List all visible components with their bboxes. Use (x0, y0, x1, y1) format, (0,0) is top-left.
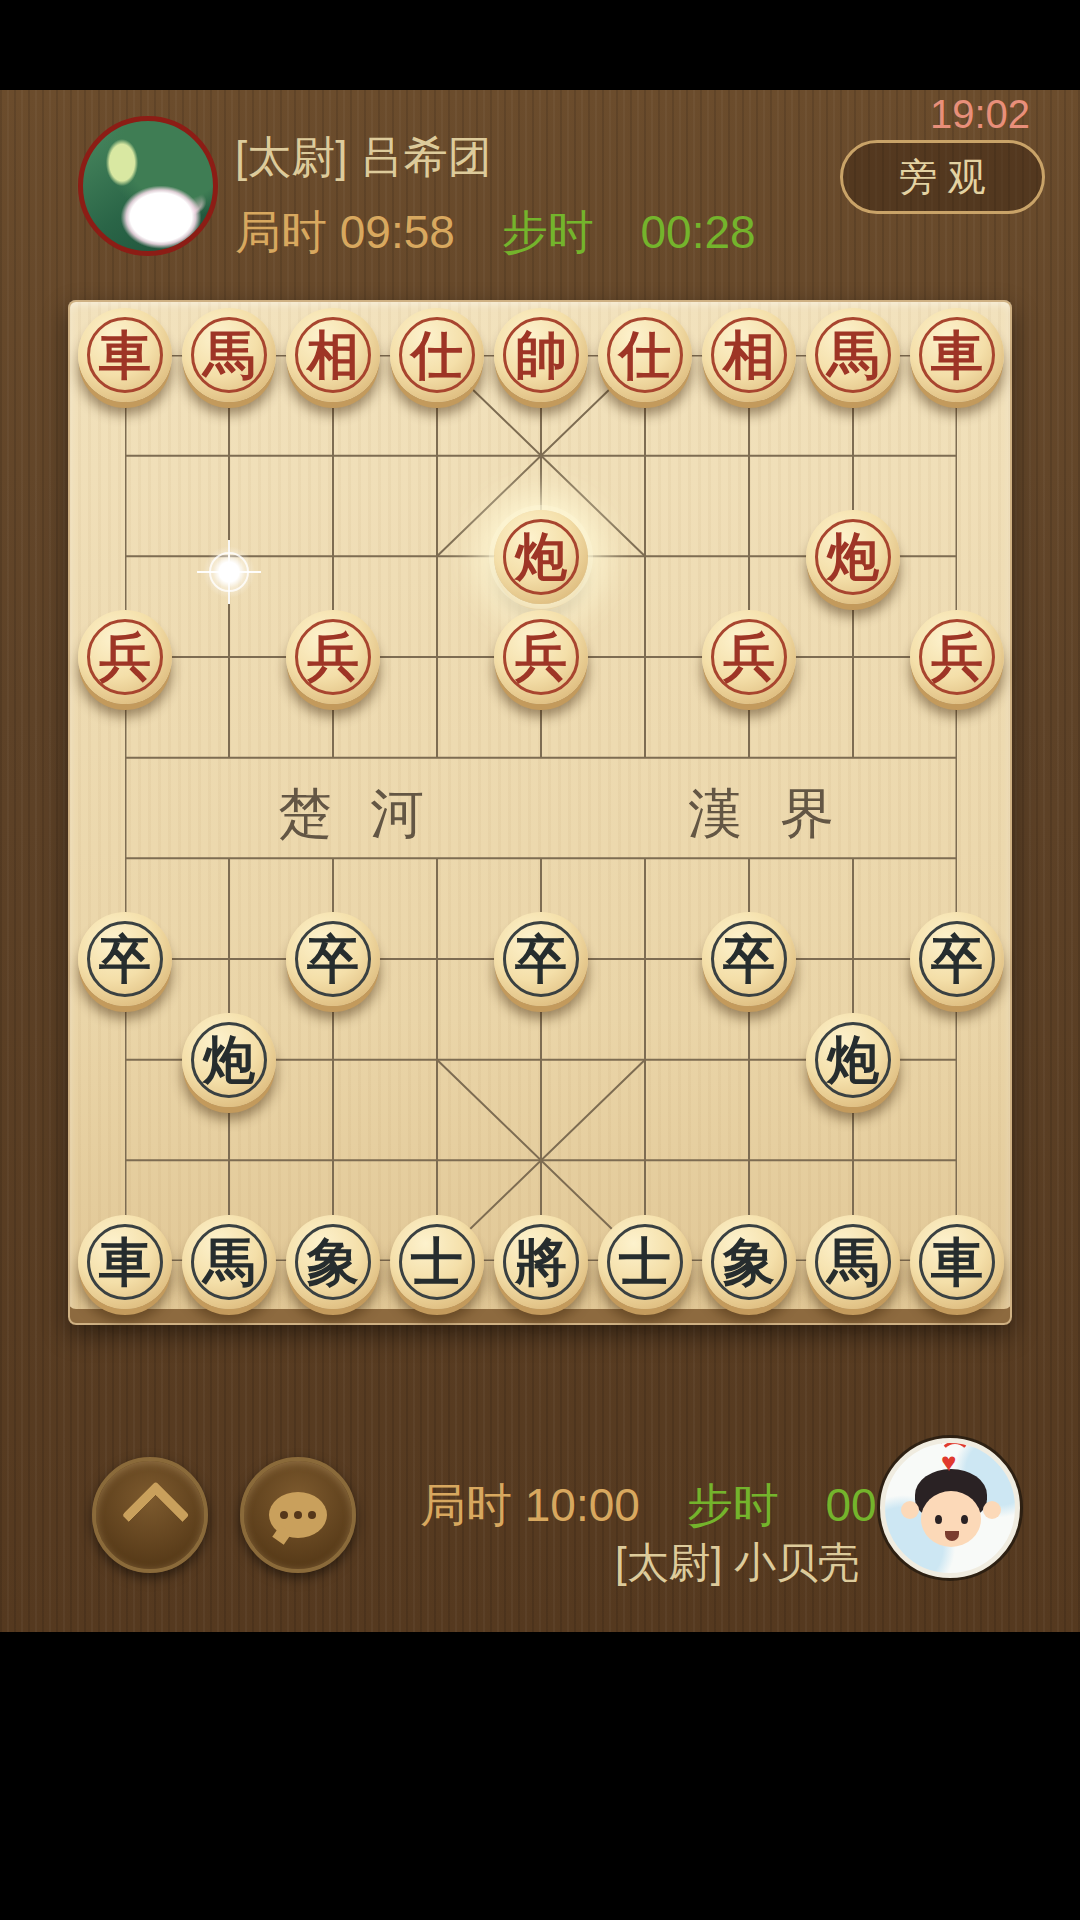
piece-red-cannon[interactable]: 炮 (806, 510, 900, 604)
board-point-f3r4[interactable] (385, 708, 489, 809)
piece-red-horse[interactable]: 馬 (182, 308, 276, 402)
piece-glyph: 仕 (411, 329, 463, 381)
board-point-f0r0[interactable]: 車 (73, 305, 177, 406)
board-point-f0r5[interactable] (73, 808, 177, 909)
piece-glyph: 兵 (307, 631, 359, 683)
piece-red-advisor[interactable]: 仕 (598, 308, 692, 402)
board-point-f1r5[interactable] (177, 808, 281, 909)
board-point-f7r4[interactable] (801, 708, 905, 809)
piece-glyph: 相 (307, 329, 359, 381)
board-point-f3r0[interactable]: 仕 (385, 305, 489, 406)
board-point-f2r4[interactable] (281, 708, 385, 809)
board-point-f8r1[interactable] (905, 406, 1009, 507)
board-point-f2r9[interactable]: 象 (281, 1211, 385, 1312)
piece-glyph: 兵 (99, 631, 151, 683)
board-point-f8r6[interactable]: 卒 (905, 909, 1009, 1010)
board-point-f7r9[interactable]: 馬 (801, 1211, 905, 1312)
piece-black-chariot[interactable]: 車 (78, 1215, 172, 1309)
piece-red-pawn[interactable]: 兵 (78, 610, 172, 704)
piece-red-pawn[interactable]: 兵 (702, 610, 796, 704)
board-point-f5r0[interactable]: 仕 (593, 305, 697, 406)
board-point-f5r3[interactable] (593, 607, 697, 708)
board-point-f8r3[interactable]: 兵 (905, 607, 1009, 708)
board-point-f6r5[interactable] (697, 808, 801, 909)
piece-black-advisor[interactable]: 士 (598, 1215, 692, 1309)
piece-black-elephant[interactable]: 象 (286, 1215, 380, 1309)
board-point-f6r2[interactable] (697, 506, 801, 607)
board-point-f1r4[interactable] (177, 708, 281, 809)
bottom-player-name: [太尉] 小贝壳 (615, 1535, 860, 1591)
board-point-f2r6[interactable]: 卒 (281, 909, 385, 1010)
board-point-f5r8[interactable] (593, 1111, 697, 1212)
piece-black-horse[interactable]: 馬 (806, 1215, 900, 1309)
board-point-f0r6[interactable]: 卒 (73, 909, 177, 1010)
board-point-f6r6[interactable]: 卒 (697, 909, 801, 1010)
board-point-f3r2[interactable] (385, 506, 489, 607)
board-point-f3r9[interactable]: 士 (385, 1211, 489, 1312)
piece-glyph: 炮 (827, 1034, 879, 1086)
board-point-f2r7[interactable] (281, 1010, 385, 1111)
piece-glyph: 象 (307, 1236, 359, 1288)
board-point-f0r2[interactable] (73, 506, 177, 607)
board-point-f6r7[interactable] (697, 1010, 801, 1111)
piece-glyph: 卒 (931, 933, 983, 985)
xiangqi-board: 楚河 漢界 車馬相仕帥仕相馬車炮炮兵兵兵兵兵卒卒卒卒卒炮炮車馬象士將士象馬車 (68, 300, 1012, 1325)
piece-glyph: 兵 (931, 631, 983, 683)
piece-glyph: 相 (723, 329, 775, 381)
expand-menu-button[interactable] (92, 1457, 208, 1573)
board-point-f5r5[interactable] (593, 808, 697, 909)
board-point-f0r1[interactable] (73, 406, 177, 507)
piece-glyph: 卒 (723, 933, 775, 985)
board-point-f7r3[interactable] (801, 607, 905, 708)
board-point-f0r3[interactable]: 兵 (73, 607, 177, 708)
piece-glyph: 炮 (827, 531, 879, 583)
board-point-f5r2[interactable] (593, 506, 697, 607)
board-point-f5r7[interactable] (593, 1010, 697, 1111)
board-point-f5r1[interactable] (593, 406, 697, 507)
bottom-move-time-label: 步时 (687, 1479, 779, 1531)
piece-black-pawn[interactable]: 卒 (702, 912, 796, 1006)
piece-glyph: 兵 (723, 631, 775, 683)
board-point-f8r9[interactable]: 車 (905, 1211, 1009, 1312)
board-point-f3r8[interactable] (385, 1111, 489, 1212)
board-point-f2r8[interactable] (281, 1111, 385, 1212)
board-point-f8r2[interactable] (905, 506, 1009, 607)
board-point-f2r0[interactable]: 相 (281, 305, 385, 406)
top-game-time-label: 局时 (235, 206, 327, 258)
board-point-f4r1[interactable] (489, 406, 593, 507)
board-point-f8r7[interactable] (905, 1010, 1009, 1111)
board-point-f4r3[interactable]: 兵 (489, 607, 593, 708)
board-point-f3r5[interactable] (385, 808, 489, 909)
board-point-f5r4[interactable] (593, 708, 697, 809)
piece-red-chariot[interactable]: 車 (910, 308, 1004, 402)
piece-glyph: 馬 (203, 1236, 255, 1288)
piece-glyph: 卒 (515, 933, 567, 985)
board-point-f1r7[interactable]: 炮 (177, 1010, 281, 1111)
board-point-f4r8[interactable] (489, 1111, 593, 1212)
board-point-f5r9[interactable]: 士 (593, 1211, 697, 1312)
bottom-player-avatar[interactable]: ♥ (880, 1438, 1020, 1578)
piece-black-chariot[interactable]: 車 (910, 1215, 1004, 1309)
board-point-f6r9[interactable]: 象 (697, 1211, 801, 1312)
board-point-f6r1[interactable] (697, 406, 801, 507)
piece-black-general[interactable]: 將 (494, 1215, 588, 1309)
board-point-f2r5[interactable] (281, 808, 385, 909)
piece-red-pawn[interactable]: 兵 (910, 610, 1004, 704)
board-point-f4r4[interactable] (489, 708, 593, 809)
board-point-f8r0[interactable]: 車 (905, 305, 1009, 406)
top-move-time-value: 00:28 (640, 206, 755, 258)
piece-glyph: 馬 (203, 329, 255, 381)
board-point-f6r3[interactable]: 兵 (697, 607, 801, 708)
board-grid: 車馬相仕帥仕相馬車炮炮兵兵兵兵兵卒卒卒卒卒炮炮車馬象士將士象馬車 (73, 305, 1009, 1312)
board-point-f7r6[interactable] (801, 909, 905, 1010)
piece-red-pawn[interactable]: 兵 (494, 610, 588, 704)
board-point-f4r2[interactable]: 炮 (489, 506, 593, 607)
spectate-button-label: 旁观 (890, 152, 996, 203)
top-player-timers: 局时 09:58 步时 00:28 (235, 202, 756, 264)
board-point-f3r1[interactable] (385, 406, 489, 507)
bottom-game-time-value: 10:00 (525, 1479, 640, 1531)
piece-black-advisor[interactable]: 士 (390, 1215, 484, 1309)
piece-glyph: 車 (99, 1236, 151, 1288)
piece-glyph: 卒 (307, 933, 359, 985)
board-point-f0r4[interactable] (73, 708, 177, 809)
piece-red-horse[interactable]: 馬 (806, 308, 900, 402)
board-point-f8r8[interactable] (905, 1111, 1009, 1212)
board-point-f1r8[interactable] (177, 1111, 281, 1212)
board-point-f4r9[interactable]: 將 (489, 1211, 593, 1312)
bottom-player-timers: 局时 10:00 步时 00:30 (420, 1475, 941, 1537)
chat-bubble-icon (269, 1492, 327, 1538)
board-point-f1r0[interactable]: 馬 (177, 305, 281, 406)
piece-glyph: 炮 (515, 531, 567, 583)
board-point-f2r2[interactable] (281, 506, 385, 607)
piece-black-pawn[interactable]: 卒 (494, 912, 588, 1006)
board-point-f8r5[interactable] (905, 808, 1009, 909)
board-point-f4r7[interactable] (489, 1010, 593, 1111)
game-screen: [太尉] 吕希团 局时 09:58 步时 00:28 19:02 旁观 楚河 漢… (0, 90, 1080, 1632)
board-point-f7r2[interactable]: 炮 (801, 506, 905, 607)
board-point-f1r3[interactable] (177, 607, 281, 708)
piece-glyph: 車 (931, 1236, 983, 1288)
board-point-f7r8[interactable] (801, 1111, 905, 1212)
board-point-f6r0[interactable]: 相 (697, 305, 801, 406)
piece-black-elephant[interactable]: 象 (702, 1215, 796, 1309)
board-point-f4r0[interactable]: 帥 (489, 305, 593, 406)
board-point-f6r4[interactable] (697, 708, 801, 809)
piece-glyph: 馬 (827, 1236, 879, 1288)
piece-glyph: 將 (515, 1236, 567, 1288)
top-game-time-value: 09:58 (340, 206, 455, 258)
board-point-f0r7[interactable] (73, 1010, 177, 1111)
board-point-f3r3[interactable] (385, 607, 489, 708)
board-point-f4r5[interactable] (489, 808, 593, 909)
piece-glyph: 帥 (515, 329, 567, 381)
piece-black-pawn[interactable]: 卒 (286, 912, 380, 1006)
piece-red-pawn[interactable]: 兵 (286, 610, 380, 704)
piece-red-chariot[interactable]: 車 (78, 308, 172, 402)
system-clock: 19:02 (930, 92, 1030, 137)
board-point-f3r6[interactable] (385, 909, 489, 1010)
piece-red-elephant[interactable]: 相 (702, 308, 796, 402)
bottom-game-time-label: 局时 (420, 1479, 512, 1531)
board-point-f7r5[interactable] (801, 808, 905, 909)
piece-red-elephant[interactable]: 相 (286, 308, 380, 402)
up-chevron-icon (122, 1481, 190, 1549)
heart-signal-icon: ♥ (941, 1449, 956, 1475)
board-point-f4r6[interactable]: 卒 (489, 909, 593, 1010)
piece-glyph: 象 (723, 1236, 775, 1288)
piece-glyph: 馬 (827, 329, 879, 381)
piece-black-horse[interactable]: 馬 (182, 1215, 276, 1309)
chat-button[interactable] (240, 1457, 356, 1573)
piece-glyph: 車 (931, 329, 983, 381)
piece-black-cannon[interactable]: 炮 (806, 1013, 900, 1107)
piece-red-advisor[interactable]: 仕 (390, 308, 484, 402)
piece-glyph: 士 (619, 1236, 671, 1288)
board-point-f1r6[interactable] (177, 909, 281, 1010)
board-point-f7r7[interactable]: 炮 (801, 1010, 905, 1111)
piece-glyph: 仕 (619, 329, 671, 381)
board-point-f0r9[interactable]: 車 (73, 1211, 177, 1312)
piece-black-cannon[interactable]: 炮 (182, 1013, 276, 1107)
piece-red-general[interactable]: 帥 (494, 308, 588, 402)
piece-glyph: 兵 (515, 631, 567, 683)
piece-red-cannon[interactable]: 炮 (494, 510, 588, 604)
board-point-f6r8[interactable] (697, 1111, 801, 1212)
spectate-button[interactable]: 旁观 (840, 140, 1045, 214)
board-point-f1r1[interactable] (177, 406, 281, 507)
top-player-name: [太尉] 吕希团 (235, 128, 492, 187)
piece-glyph: 車 (99, 329, 151, 381)
piece-glyph: 卒 (99, 933, 151, 985)
piece-glyph: 士 (411, 1236, 463, 1288)
board-point-f2r3[interactable]: 兵 (281, 607, 385, 708)
piece-black-pawn[interactable]: 卒 (910, 912, 1004, 1006)
piece-glyph: 炮 (203, 1034, 255, 1086)
piece-black-pawn[interactable]: 卒 (78, 912, 172, 1006)
board-point-f0r8[interactable] (73, 1111, 177, 1212)
cursor-sparkle (197, 540, 261, 604)
top-move-time-label: 步时 (502, 206, 594, 258)
board-point-f1r9[interactable]: 馬 (177, 1211, 281, 1312)
board-point-f2r1[interactable] (281, 406, 385, 507)
board-point-f7r0[interactable]: 馬 (801, 305, 905, 406)
board-point-f5r6[interactable] (593, 909, 697, 1010)
board-point-f8r4[interactable] (905, 708, 1009, 809)
board-point-f3r7[interactable] (385, 1010, 489, 1111)
board-point-f7r1[interactable] (801, 406, 905, 507)
top-player-avatar[interactable] (78, 116, 218, 256)
